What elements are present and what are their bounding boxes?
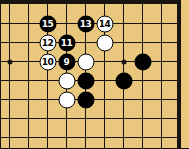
stone-white-O16 bbox=[77, 53, 94, 70]
stone-white-12-M17: 12 bbox=[39, 34, 56, 51]
stone-black-15-M18: 15 bbox=[39, 15, 56, 32]
grid-hline-row-3 bbox=[0, 42, 181, 43]
go-board[interactable]: 1513141211109 bbox=[0, 0, 189, 149]
stone-black-O15 bbox=[77, 72, 94, 89]
stone-black-11-N17: 11 bbox=[58, 34, 75, 51]
star-point-K16 bbox=[7, 59, 12, 64]
stone-white-P17 bbox=[96, 34, 113, 51]
grid-hline-row-8 bbox=[0, 137, 181, 138]
stone-white-10-M16: 10 bbox=[39, 53, 56, 70]
stone-black-R16 bbox=[134, 53, 151, 70]
stone-black-13-O18: 13 bbox=[77, 15, 94, 32]
stone-black-O14 bbox=[77, 91, 94, 108]
stone-black-Q15 bbox=[115, 72, 132, 89]
stone-white-N15 bbox=[58, 72, 75, 89]
stone-white-N14 bbox=[58, 91, 75, 108]
stone-white-14-P18: 14 bbox=[96, 15, 113, 32]
stone-black-9-N16: 9 bbox=[58, 53, 75, 70]
grid-hline-row-7 bbox=[0, 118, 181, 119]
star-point-Q16 bbox=[121, 59, 126, 64]
